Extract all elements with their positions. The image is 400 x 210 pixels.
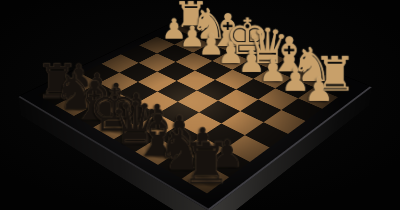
chess-board: ♜♞♝♛♚♝♞♜♟♟♟♟♟♟♟♟♟♟♟♟♟♟♟♟♜♞♝♛♚♝♞♜ [18, 15, 371, 210]
scene-background: ♜♞♝♛♚♝♞♜♟♟♟♟♟♟♟♟♟♟♟♟♟♟♟♟♜♞♝♛♚♝♞♜ [0, 0, 400, 210]
